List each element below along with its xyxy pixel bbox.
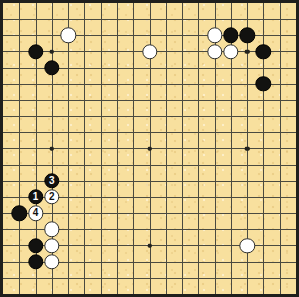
stone-black [44,60,59,75]
move-stone-1: 1 [28,189,43,204]
stone-white [223,44,238,59]
star-point [245,146,250,151]
stone-white [142,44,157,59]
stone-white [207,28,222,43]
star-point [147,243,152,248]
move-stone-2: 2 [44,189,59,204]
move-number: 4 [33,208,39,218]
move-number: 2 [49,192,55,202]
star-point [147,146,152,151]
move-number: 3 [49,176,55,186]
stone-white [44,254,59,269]
stone-black [28,238,43,253]
stone-black [28,44,43,59]
stone-white [60,28,75,43]
stone-white [44,222,59,237]
stone-black [223,28,238,43]
move-stone-3: 3 [44,173,59,188]
star-point [245,49,250,54]
stone-white [44,238,59,253]
stone-black [239,28,254,43]
stone-white [207,44,222,59]
stone-black [28,254,43,269]
go-board: 1234 [0,0,299,297]
stone-white [239,238,254,253]
stone-black [256,44,271,59]
move-number: 1 [33,192,39,202]
board-overlay: 1234 [3,3,296,294]
star-point [50,49,55,54]
star-point [50,146,55,151]
move-stone-4: 4 [28,205,43,220]
stone-black [256,76,271,91]
stone-black [12,205,27,220]
